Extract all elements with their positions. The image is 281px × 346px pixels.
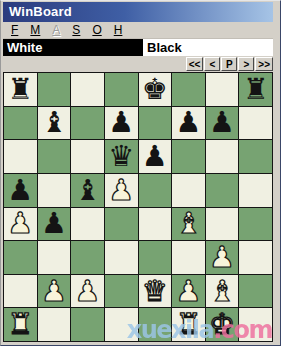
square-a3[interactable] (4, 241, 37, 274)
piece-black-pawn[interactable]: ♟ (142, 142, 168, 171)
piece-white-pawn[interactable]: ♟ (75, 277, 101, 306)
piece-white-rook[interactable]: ♜ (175, 310, 201, 339)
square-a7[interactable] (4, 107, 37, 140)
square-d6[interactable]: ♛ (105, 140, 138, 173)
square-c7[interactable] (71, 107, 104, 140)
square-d8[interactable] (105, 73, 138, 106)
square-a2[interactable] (4, 275, 37, 308)
square-h2[interactable] (239, 275, 272, 308)
menu-step[interactable]: S (72, 23, 80, 38)
square-g6[interactable] (206, 140, 239, 173)
clock-bar: White Black (3, 39, 273, 56)
square-c6[interactable] (71, 140, 104, 173)
square-h5[interactable] (239, 174, 272, 207)
piece-white-pawn[interactable]: ♟ (108, 176, 134, 205)
square-f7[interactable]: ♟ (172, 107, 205, 140)
square-b5[interactable] (38, 174, 71, 207)
square-h8[interactable]: ♜ (239, 73, 272, 106)
piece-black-king[interactable]: ♚ (142, 75, 168, 104)
square-h7[interactable] (239, 107, 272, 140)
nav-rewind-to-start-button[interactable]: << (186, 57, 204, 71)
navigation-button-row: <<<P>>> (3, 56, 273, 72)
menu-action[interactable]: A (52, 23, 60, 38)
square-c5[interactable]: ♝ (71, 174, 104, 207)
piece-white-pawn[interactable]: ♟ (209, 243, 235, 272)
square-g3[interactable]: ♟ (206, 241, 239, 274)
square-c3[interactable] (71, 241, 104, 274)
square-f5[interactable] (172, 174, 205, 207)
piece-black-bishop[interactable]: ♝ (41, 108, 67, 137)
square-f8[interactable] (172, 73, 205, 106)
square-f2[interactable]: ♟ (172, 275, 205, 308)
piece-white-pawn[interactable]: ♟ (7, 209, 33, 238)
window-title: WinBoard (9, 4, 72, 19)
square-c4[interactable] (71, 208, 104, 241)
square-g2[interactable]: ♝ (206, 275, 239, 308)
square-h6[interactable] (239, 140, 272, 173)
square-e8[interactable]: ♚ (139, 73, 172, 106)
piece-black-bishop[interactable]: ♝ (75, 176, 101, 205)
square-c2[interactable]: ♟ (71, 275, 104, 308)
square-e6[interactable]: ♟ (139, 140, 172, 173)
square-a5[interactable]: ♟ (4, 174, 37, 207)
square-b1[interactable] (38, 308, 71, 341)
square-f1[interactable]: ♜ (172, 308, 205, 341)
menu-help[interactable]: H (114, 23, 123, 38)
square-a8[interactable]: ♜ (4, 73, 37, 106)
square-e5[interactable] (139, 174, 172, 207)
square-c1[interactable] (71, 308, 104, 341)
square-b4[interactable]: ♟ (38, 208, 71, 241)
piece-white-rook[interactable]: ♜ (7, 310, 33, 339)
square-d7[interactable]: ♟ (105, 107, 138, 140)
black-clock-label: Black (143, 39, 273, 56)
square-g4[interactable] (206, 208, 239, 241)
square-b2[interactable]: ♟ (38, 275, 71, 308)
square-h1[interactable] (239, 308, 272, 341)
square-b7[interactable]: ♝ (38, 107, 71, 140)
piece-white-bishop[interactable]: ♝ (209, 277, 235, 306)
nav-forward-to-end-button[interactable]: >> (255, 57, 273, 71)
square-a1[interactable]: ♜ (4, 308, 37, 341)
square-e3[interactable] (139, 241, 172, 274)
piece-black-rook[interactable]: ♜ (243, 75, 269, 104)
square-b3[interactable] (38, 241, 71, 274)
piece-white-pawn[interactable]: ♟ (41, 277, 67, 306)
board-area: ♜♚♜♝♟♟♟♛♟♟♝♟♟♟♝♟♟♟♛♟♝♜♜♚ xuexila.com (3, 72, 273, 342)
piece-black-pawn[interactable]: ♟ (41, 209, 67, 238)
square-e4[interactable] (139, 208, 172, 241)
piece-black-pawn[interactable]: ♟ (209, 108, 235, 137)
piece-black-pawn[interactable]: ♟ (108, 108, 134, 137)
menu-mode[interactable]: M (30, 23, 40, 38)
title-bar[interactable]: WinBoard (3, 2, 273, 22)
square-d3[interactable] (105, 241, 138, 274)
nav-pause-button[interactable]: P (221, 57, 237, 71)
square-e1[interactable] (139, 308, 172, 341)
square-a4[interactable]: ♟ (4, 208, 37, 241)
square-f6[interactable] (172, 140, 205, 173)
piece-white-king[interactable]: ♚ (209, 310, 235, 339)
square-c8[interactable] (71, 73, 104, 106)
square-f3[interactable] (172, 241, 205, 274)
piece-black-pawn[interactable]: ♟ (7, 176, 33, 205)
nav-forward-button[interactable]: > (238, 57, 254, 71)
chess-board: ♜♚♜♝♟♟♟♛♟♟♝♟♟♟♝♟♟♟♛♟♝♜♜♚ (3, 72, 273, 342)
square-e2[interactable]: ♛ (139, 275, 172, 308)
square-f4[interactable]: ♝ (172, 208, 205, 241)
square-d5[interactable]: ♟ (105, 174, 138, 207)
white-clock-label: White (3, 39, 143, 56)
menu-options[interactable]: O (92, 23, 101, 38)
square-b6[interactable] (38, 140, 71, 173)
square-g7[interactable]: ♟ (206, 107, 239, 140)
square-d2[interactable] (105, 275, 138, 308)
piece-white-queen[interactable]: ♛ (142, 277, 168, 306)
piece-black-rook[interactable]: ♜ (7, 75, 33, 104)
piece-black-pawn[interactable]: ♟ (175, 108, 201, 137)
square-d4[interactable] (105, 208, 138, 241)
square-e7[interactable] (139, 107, 172, 140)
piece-black-queen[interactable]: ♛ (108, 142, 134, 171)
winboard-window: WinBoard FMASOH White Black <<<P>>> ♜♚♜♝… (0, 0, 281, 346)
square-a6[interactable] (4, 140, 37, 173)
square-h3[interactable] (239, 241, 272, 274)
square-g1[interactable]: ♚ (206, 308, 239, 341)
square-g5[interactable] (206, 174, 239, 207)
piece-white-pawn[interactable]: ♟ (175, 277, 201, 306)
square-d1[interactable] (105, 308, 138, 341)
nav-back-button[interactable]: < (204, 57, 220, 71)
menu-file[interactable]: F (11, 23, 18, 38)
square-b8[interactable] (38, 73, 71, 106)
piece-white-bishop[interactable]: ♝ (175, 209, 201, 238)
square-g8[interactable] (206, 73, 239, 106)
menu-bar: FMASOH (3, 22, 273, 39)
square-h4[interactable] (239, 208, 272, 241)
